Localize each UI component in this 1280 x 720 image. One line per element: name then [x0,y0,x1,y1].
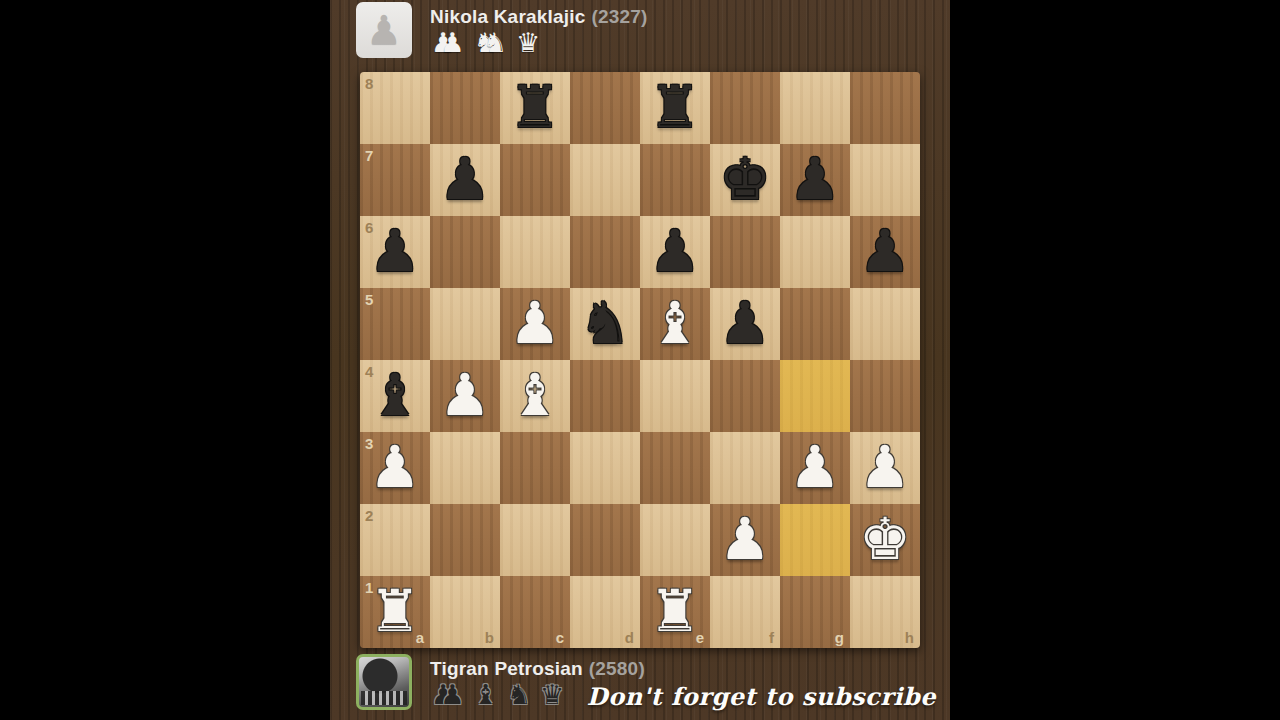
square-d2[interactable] [570,504,640,576]
square-b4[interactable]: ♟ [430,360,500,432]
captured-knight-group: ♞ [507,680,531,710]
square-h6[interactable]: ♟ [850,216,920,288]
square-f8[interactable] [710,72,780,144]
bottom-captured-pieces-tray: ♟♟♝♞♛ [431,680,564,710]
white-king-h2[interactable]: ♚ [850,504,920,576]
rank-label-6: 6 [365,219,373,236]
top-player-rating: (2327) [591,6,647,27]
square-g8[interactable] [780,72,850,144]
square-h7[interactable] [850,144,920,216]
square-g1[interactable]: g [780,576,850,648]
top-captured-pieces-tray: ♟♟♞♞♛ [431,28,540,58]
captured-knight-icon: ♞ [507,680,531,710]
captured-queen-group: ♛ [516,28,540,58]
square-h4[interactable] [850,360,920,432]
bottom-player-name-line[interactable]: Tigran Petrosian(2580) [430,658,645,680]
file-label-f: f [769,629,774,646]
square-f6[interactable] [710,216,780,288]
square-d4[interactable] [570,360,640,432]
square-b7[interactable]: ♟ [430,144,500,216]
rank-label-5: 5 [365,291,373,308]
square-f7[interactable]: ♚ [710,144,780,216]
square-d3[interactable] [570,432,640,504]
black-pawn-f5[interactable]: ♟ [710,288,780,360]
chess-board[interactable]: 8♜♜7♟♚♟6♟♟♟5♟♞♝♟4♝♟♝3♟♟♟2♟♚1a♜bcde♜fgh [360,72,920,648]
rank-label-2: 2 [365,507,373,524]
top-player-row: ♟ Nikola Karaklajic(2327) ♟♟♞♞♛ [356,2,924,66]
file-label-d: d [625,629,634,646]
white-pawn-g3[interactable]: ♟ [780,432,850,504]
rank-label-4: 4 [365,363,373,380]
square-g5[interactable] [780,288,850,360]
captured-pawn-group: ♟♟ [431,28,464,58]
square-e4[interactable] [640,360,710,432]
square-c8[interactable]: ♜ [500,72,570,144]
square-c4[interactable]: ♝ [500,360,570,432]
captured-pawn-icon: ♟ [440,28,464,58]
video-frame: ♟ Nikola Karaklajic(2327) ♟♟♞♞♛ 8♜♜7♟♚♟6… [0,0,1280,720]
white-pawn-b4[interactable]: ♟ [430,360,500,432]
square-d5[interactable]: ♞ [570,288,640,360]
square-c2[interactable] [500,504,570,576]
black-pawn-b7[interactable]: ♟ [430,144,500,216]
captured-bishop-group: ♝ [473,680,497,710]
square-e1[interactable]: e♜ [640,576,710,648]
square-a3[interactable]: 3♟ [360,432,430,504]
bottom-player-name: Tigran Petrosian [430,658,583,679]
square-d6[interactable] [570,216,640,288]
white-pawn-h3[interactable]: ♟ [850,432,920,504]
square-c3[interactable] [500,432,570,504]
square-f2[interactable]: ♟ [710,504,780,576]
square-a8[interactable]: 8 [360,72,430,144]
captured-knight-group: ♞♞ [473,28,506,58]
bottom-player-rating: (2580) [589,658,645,679]
square-a5[interactable]: 5 [360,288,430,360]
square-b3[interactable] [430,432,500,504]
square-a6[interactable]: 6♟ [360,216,430,288]
square-e6[interactable]: ♟ [640,216,710,288]
square-b6[interactable] [430,216,500,288]
file-label-e: e [696,629,704,646]
black-rook-e8[interactable]: ♜ [640,72,710,144]
square-d7[interactable] [570,144,640,216]
rank-label-8: 8 [365,75,373,92]
bottom-player-avatar[interactable] [356,654,412,710]
captured-queen-icon: ♛ [516,28,540,58]
white-bishop-c4[interactable]: ♝ [500,360,570,432]
black-pawn-g7[interactable]: ♟ [780,144,850,216]
top-player-name-line[interactable]: Nikola Karaklajic(2327) [430,6,648,28]
black-pawn-e6[interactable]: ♟ [640,216,710,288]
square-d8[interactable] [570,72,640,144]
file-label-c: c [556,629,564,646]
square-e2[interactable] [640,504,710,576]
black-king-f7[interactable]: ♚ [710,144,780,216]
square-g6[interactable] [780,216,850,288]
captured-queen-group: ♛ [540,680,564,710]
rank-label-3: 3 [365,435,373,452]
pawn-avatar-icon: ♟ [366,2,402,58]
square-g2[interactable] [780,504,850,576]
file-label-b: b [485,629,494,646]
captured-bishop-icon: ♝ [473,680,497,710]
black-rook-c8[interactable]: ♜ [500,72,570,144]
square-b5[interactable] [430,288,500,360]
top-player-name: Nikola Karaklajic [430,6,585,27]
black-pawn-h6[interactable]: ♟ [850,216,920,288]
file-label-g: g [835,629,844,646]
stage-wood-background: ♟ Nikola Karaklajic(2327) ♟♟♞♞♛ 8♜♜7♟♚♟6… [330,0,950,720]
square-f5[interactable]: ♟ [710,288,780,360]
captured-queen-icon: ♛ [540,680,564,710]
file-label-a: a [416,629,424,646]
square-g7[interactable]: ♟ [780,144,850,216]
captured-pawn-group: ♟♟ [431,680,464,710]
black-knight-d5[interactable]: ♞ [570,288,640,360]
file-label-h: h [905,629,914,646]
square-e5[interactable]: ♝ [640,288,710,360]
square-b2[interactable] [430,504,500,576]
white-bishop-e5[interactable]: ♝ [640,288,710,360]
square-a1[interactable]: 1a♜ [360,576,430,648]
square-h1[interactable]: h [850,576,920,648]
white-pawn-f2[interactable]: ♟ [710,504,780,576]
rank-label-7: 7 [365,147,373,164]
white-pawn-c5[interactable]: ♟ [500,288,570,360]
captured-pawn-icon: ♟ [440,680,464,710]
square-e3[interactable] [640,432,710,504]
square-h2[interactable]: ♚ [850,504,920,576]
square-h5[interactable] [850,288,920,360]
square-c5[interactable]: ♟ [500,288,570,360]
square-f1[interactable]: f [710,576,780,648]
square-d1[interactable]: d [570,576,640,648]
square-c1[interactable]: c [500,576,570,648]
square-f4[interactable] [710,360,780,432]
square-h3[interactable]: ♟ [850,432,920,504]
square-g4[interactable] [780,360,850,432]
square-h8[interactable] [850,72,920,144]
square-g3[interactable]: ♟ [780,432,850,504]
square-e7[interactable] [640,144,710,216]
square-b1[interactable]: b [430,576,500,648]
top-player-avatar[interactable]: ♟ [356,2,412,58]
captured-knight-icon: ♞ [483,28,507,58]
square-a7[interactable]: 7 [360,144,430,216]
square-b8[interactable] [430,72,500,144]
square-a2[interactable]: 2 [360,504,430,576]
rank-label-1: 1 [365,579,373,596]
square-c7[interactable] [500,144,570,216]
square-c6[interactable] [500,216,570,288]
square-e8[interactable]: ♜ [640,72,710,144]
subscribe-caption: Don't forget to subscribe [587,682,936,711]
square-a4[interactable]: 4♝ [360,360,430,432]
square-f3[interactable] [710,432,780,504]
